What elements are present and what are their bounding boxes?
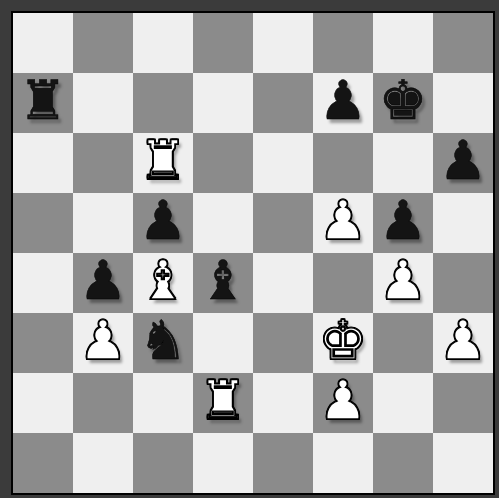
square-a2[interactable]	[13, 373, 73, 433]
square-c2[interactable]	[133, 373, 193, 433]
piece-black-pawn-b4[interactable]: ♟	[79, 254, 127, 308]
square-b1[interactable]	[73, 433, 133, 493]
square-e5[interactable]	[253, 193, 313, 253]
square-g6[interactable]	[373, 133, 433, 193]
square-a8[interactable]	[13, 13, 73, 73]
square-b3[interactable]: ♟	[73, 313, 133, 373]
square-c6[interactable]: ♜	[133, 133, 193, 193]
square-d8[interactable]	[193, 13, 253, 73]
square-h5[interactable]	[433, 193, 493, 253]
square-f2[interactable]: ♟	[313, 373, 373, 433]
square-g5[interactable]: ♟	[373, 193, 433, 253]
square-c5[interactable]: ♟	[133, 193, 193, 253]
piece-white-pawn-f2[interactable]: ♟	[319, 374, 367, 428]
square-e7[interactable]	[253, 73, 313, 133]
square-e1[interactable]	[253, 433, 313, 493]
square-c4[interactable]: ♝	[133, 253, 193, 313]
square-c3[interactable]: ♞	[133, 313, 193, 373]
piece-black-pawn-f7[interactable]: ♟	[319, 74, 367, 128]
square-e4[interactable]	[253, 253, 313, 313]
square-g3[interactable]	[373, 313, 433, 373]
square-a3[interactable]	[13, 313, 73, 373]
square-f8[interactable]	[313, 13, 373, 73]
square-g2[interactable]	[373, 373, 433, 433]
piece-white-pawn-g4[interactable]: ♟	[379, 254, 427, 308]
square-f1[interactable]	[313, 433, 373, 493]
square-b5[interactable]	[73, 193, 133, 253]
board-frame: ♜♟♚♜♟♟♟♟♟♝♝♟♟♞♚♟♜♟	[0, 0, 499, 498]
square-f4[interactable]	[313, 253, 373, 313]
square-b6[interactable]	[73, 133, 133, 193]
piece-black-rook-a7[interactable]: ♜	[19, 74, 67, 128]
square-c8[interactable]	[133, 13, 193, 73]
square-a7[interactable]: ♜	[13, 73, 73, 133]
piece-white-rook-c6[interactable]: ♜	[139, 134, 187, 188]
square-e3[interactable]	[253, 313, 313, 373]
piece-white-pawn-h3[interactable]: ♟	[439, 314, 487, 368]
square-h4[interactable]	[433, 253, 493, 313]
piece-black-king-g7[interactable]: ♚	[379, 74, 427, 128]
piece-black-knight-c3[interactable]: ♞	[139, 314, 187, 368]
piece-white-pawn-b3[interactable]: ♟	[79, 314, 127, 368]
piece-white-pawn-f5[interactable]: ♟	[319, 194, 367, 248]
square-g4[interactable]: ♟	[373, 253, 433, 313]
piece-black-pawn-h6[interactable]: ♟	[439, 134, 487, 188]
square-h1[interactable]	[433, 433, 493, 493]
square-d4[interactable]: ♝	[193, 253, 253, 313]
square-a4[interactable]	[13, 253, 73, 313]
square-d3[interactable]	[193, 313, 253, 373]
square-d7[interactable]	[193, 73, 253, 133]
square-b4[interactable]: ♟	[73, 253, 133, 313]
square-e8[interactable]	[253, 13, 313, 73]
square-a5[interactable]	[13, 193, 73, 253]
piece-white-king-f3[interactable]: ♚	[319, 314, 367, 368]
square-h8[interactable]	[433, 13, 493, 73]
square-f7[interactable]: ♟	[313, 73, 373, 133]
square-d6[interactable]	[193, 133, 253, 193]
square-b8[interactable]	[73, 13, 133, 73]
square-d2[interactable]: ♜	[193, 373, 253, 433]
square-b2[interactable]	[73, 373, 133, 433]
square-h3[interactable]: ♟	[433, 313, 493, 373]
square-c1[interactable]	[133, 433, 193, 493]
square-a6[interactable]	[13, 133, 73, 193]
square-c7[interactable]	[133, 73, 193, 133]
square-g7[interactable]: ♚	[373, 73, 433, 133]
chess-board: ♜♟♚♜♟♟♟♟♟♝♝♟♟♞♚♟♜♟	[11, 11, 495, 495]
square-d1[interactable]	[193, 433, 253, 493]
square-h7[interactable]	[433, 73, 493, 133]
square-d5[interactable]	[193, 193, 253, 253]
square-e2[interactable]	[253, 373, 313, 433]
square-b7[interactable]	[73, 73, 133, 133]
square-f3[interactable]: ♚	[313, 313, 373, 373]
square-f5[interactable]: ♟	[313, 193, 373, 253]
square-h2[interactable]	[433, 373, 493, 433]
square-a1[interactable]	[13, 433, 73, 493]
square-e6[interactable]	[253, 133, 313, 193]
square-h6[interactable]: ♟	[433, 133, 493, 193]
piece-white-rook-d2[interactable]: ♜	[199, 374, 247, 428]
square-f6[interactable]	[313, 133, 373, 193]
square-g1[interactable]	[373, 433, 433, 493]
piece-white-bishop-c4[interactable]: ♝	[139, 254, 187, 308]
piece-black-bishop-d4[interactable]: ♝	[199, 254, 247, 308]
square-g8[interactable]	[373, 13, 433, 73]
piece-black-pawn-c5[interactable]: ♟	[139, 194, 187, 248]
piece-black-pawn-g5[interactable]: ♟	[379, 194, 427, 248]
